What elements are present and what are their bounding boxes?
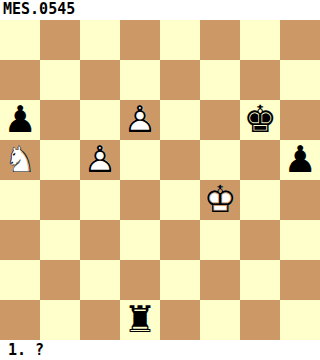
square-c7[interactable] xyxy=(80,60,120,100)
square-c5[interactable]: ♟♙ xyxy=(80,140,120,180)
square-g7[interactable] xyxy=(240,60,280,100)
square-f8[interactable] xyxy=(200,20,240,60)
square-e1[interactable] xyxy=(160,300,200,340)
square-e3[interactable] xyxy=(160,220,200,260)
square-h4[interactable] xyxy=(280,180,320,220)
square-a2[interactable] xyxy=(0,260,40,300)
square-h8[interactable] xyxy=(280,20,320,60)
square-g1[interactable] xyxy=(240,300,280,340)
square-e8[interactable] xyxy=(160,20,200,60)
white-knight-outline: ♘ xyxy=(3,138,36,181)
square-b7[interactable] xyxy=(40,60,80,100)
square-g4[interactable] xyxy=(240,180,280,220)
square-a1[interactable] xyxy=(0,300,40,340)
white-pawn: ♟♙ xyxy=(83,140,116,180)
square-c4[interactable] xyxy=(80,180,120,220)
black-rook: ♜ xyxy=(123,300,156,340)
square-b4[interactable] xyxy=(40,180,80,220)
square-f5[interactable] xyxy=(200,140,240,180)
white-king-outline: ♔ xyxy=(203,178,236,221)
square-a4[interactable] xyxy=(0,180,40,220)
move-prompt: 1. ? xyxy=(0,340,320,360)
square-e5[interactable] xyxy=(160,140,200,180)
square-b3[interactable] xyxy=(40,220,80,260)
square-f1[interactable] xyxy=(200,300,240,340)
white-pawn-outline: ♙ xyxy=(123,98,156,141)
square-b6[interactable] xyxy=(40,100,80,140)
square-g5[interactable] xyxy=(240,140,280,180)
square-d6[interactable]: ♟♙ xyxy=(120,100,160,140)
square-f7[interactable] xyxy=(200,60,240,100)
square-b5[interactable] xyxy=(40,140,80,180)
black-king: ♚ xyxy=(243,100,276,140)
square-h2[interactable] xyxy=(280,260,320,300)
square-f4[interactable]: ♚♔ xyxy=(200,180,240,220)
square-c3[interactable] xyxy=(80,220,120,260)
black-pawn: ♟ xyxy=(3,100,36,140)
white-pawn-outline: ♙ xyxy=(83,138,116,181)
square-c1[interactable] xyxy=(80,300,120,340)
square-f6[interactable] xyxy=(200,100,240,140)
square-g8[interactable] xyxy=(240,20,280,60)
diagram-title: MES.0545 xyxy=(0,0,320,20)
white-pawn: ♟♙ xyxy=(123,100,156,140)
square-e6[interactable] xyxy=(160,100,200,140)
square-g2[interactable] xyxy=(240,260,280,300)
square-h1[interactable] xyxy=(280,300,320,340)
black-pawn: ♟ xyxy=(283,140,316,180)
square-e4[interactable] xyxy=(160,180,200,220)
square-e2[interactable] xyxy=(160,260,200,300)
square-a7[interactable] xyxy=(0,60,40,100)
square-d2[interactable] xyxy=(120,260,160,300)
square-h6[interactable] xyxy=(280,100,320,140)
square-c8[interactable] xyxy=(80,20,120,60)
square-g6[interactable]: ♚ xyxy=(240,100,280,140)
square-a5[interactable]: ♞♘ xyxy=(0,140,40,180)
square-h3[interactable] xyxy=(280,220,320,260)
square-g3[interactable] xyxy=(240,220,280,260)
white-knight: ♞♘ xyxy=(3,140,36,180)
square-f2[interactable] xyxy=(200,260,240,300)
square-c2[interactable] xyxy=(80,260,120,300)
square-b8[interactable] xyxy=(40,20,80,60)
square-a6[interactable]: ♟ xyxy=(0,100,40,140)
square-f3[interactable] xyxy=(200,220,240,260)
square-c6[interactable] xyxy=(80,100,120,140)
square-d7[interactable] xyxy=(120,60,160,100)
square-b2[interactable] xyxy=(40,260,80,300)
square-d8[interactable] xyxy=(120,20,160,60)
square-a8[interactable] xyxy=(0,20,40,60)
square-d1[interactable]: ♜ xyxy=(120,300,160,340)
square-h5[interactable]: ♟ xyxy=(280,140,320,180)
square-d5[interactable] xyxy=(120,140,160,180)
square-b1[interactable] xyxy=(40,300,80,340)
square-a3[interactable] xyxy=(0,220,40,260)
square-d3[interactable] xyxy=(120,220,160,260)
square-d4[interactable] xyxy=(120,180,160,220)
white-king: ♚♔ xyxy=(203,180,236,220)
square-h7[interactable] xyxy=(280,60,320,100)
square-e7[interactable] xyxy=(160,60,200,100)
chess-board: ♟♟♙♚♞♘♟♙♟♚♔♜ xyxy=(0,20,320,340)
